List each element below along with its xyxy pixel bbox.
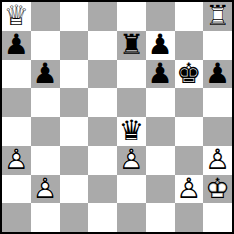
square-d6[interactable]	[88, 60, 117, 89]
black-pawn: ♟	[31, 60, 59, 88]
square-h1[interactable]	[203, 203, 232, 232]
black-rook: ♜	[117, 31, 145, 59]
square-a2[interactable]	[2, 175, 31, 204]
chess-board-grid: ♛♕♜♖♟♜♟♟♟♚♟♛♟♙♟♙♟♙♟♙♟♙♚♔	[2, 2, 232, 232]
square-e3[interactable]: ♟♙	[117, 146, 146, 175]
white-pawn: ♟♙	[204, 146, 232, 174]
square-c2[interactable]	[60, 175, 89, 204]
square-e5[interactable]	[117, 88, 146, 117]
black-pawn: ♟	[146, 60, 174, 88]
square-h4[interactable]	[203, 117, 232, 146]
square-e6[interactable]	[117, 60, 146, 89]
white-rook: ♜♖	[204, 2, 232, 30]
black-queen: ♛	[117, 117, 145, 145]
square-h6[interactable]: ♟	[203, 60, 232, 89]
square-c7[interactable]	[60, 31, 89, 60]
square-h7[interactable]	[203, 31, 232, 60]
black-king: ♚	[175, 60, 203, 88]
square-b4[interactable]	[31, 117, 60, 146]
square-a3[interactable]: ♟♙	[2, 146, 31, 175]
square-a5[interactable]	[2, 88, 31, 117]
square-g3[interactable]	[175, 146, 204, 175]
chess-board: ♛♕♜♖♟♜♟♟♟♚♟♛♟♙♟♙♟♙♟♙♟♙♚♔	[0, 0, 234, 234]
square-d3[interactable]	[88, 146, 117, 175]
square-e4[interactable]: ♛	[117, 117, 146, 146]
square-g5[interactable]	[175, 88, 204, 117]
square-f7[interactable]: ♟	[146, 31, 175, 60]
white-pawn: ♟♙	[2, 146, 30, 174]
square-e1[interactable]	[117, 203, 146, 232]
square-g2[interactable]: ♟♙	[175, 175, 204, 204]
square-b7[interactable]	[31, 31, 60, 60]
square-e2[interactable]	[117, 175, 146, 204]
square-e8[interactable]	[117, 2, 146, 31]
square-g4[interactable]	[175, 117, 204, 146]
white-queen: ♛♕	[2, 2, 30, 30]
square-b2[interactable]: ♟♙	[31, 175, 60, 204]
square-d5[interactable]	[88, 88, 117, 117]
square-g6[interactable]: ♚	[175, 60, 204, 89]
square-b8[interactable]	[31, 2, 60, 31]
square-b3[interactable]	[31, 146, 60, 175]
square-g8[interactable]	[175, 2, 204, 31]
square-a1[interactable]	[2, 203, 31, 232]
square-e7[interactable]: ♜	[117, 31, 146, 60]
black-pawn: ♟	[146, 31, 174, 59]
square-a7[interactable]: ♟	[2, 31, 31, 60]
square-a6[interactable]	[2, 60, 31, 89]
square-c5[interactable]	[60, 88, 89, 117]
square-a4[interactable]	[2, 117, 31, 146]
square-d1[interactable]	[88, 203, 117, 232]
white-king: ♚♔	[204, 175, 232, 203]
square-h2[interactable]: ♚♔	[203, 175, 232, 204]
square-d8[interactable]	[88, 2, 117, 31]
square-g1[interactable]	[175, 203, 204, 232]
square-d4[interactable]	[88, 117, 117, 146]
square-a8[interactable]: ♛♕	[2, 2, 31, 31]
white-pawn: ♟♙	[175, 175, 203, 203]
square-f5[interactable]	[146, 88, 175, 117]
square-f6[interactable]: ♟	[146, 60, 175, 89]
square-h5[interactable]	[203, 88, 232, 117]
square-f1[interactable]	[146, 203, 175, 232]
square-f2[interactable]	[146, 175, 175, 204]
square-c1[interactable]	[60, 203, 89, 232]
square-b6[interactable]: ♟	[31, 60, 60, 89]
square-h8[interactable]: ♜♖	[203, 2, 232, 31]
square-c4[interactable]	[60, 117, 89, 146]
white-pawn: ♟♙	[117, 146, 145, 174]
square-b5[interactable]	[31, 88, 60, 117]
square-b1[interactable]	[31, 203, 60, 232]
square-c3[interactable]	[60, 146, 89, 175]
square-c6[interactable]	[60, 60, 89, 89]
square-d7[interactable]	[88, 31, 117, 60]
black-pawn: ♟	[2, 31, 30, 59]
square-c8[interactable]	[60, 2, 89, 31]
square-g7[interactable]	[175, 31, 204, 60]
square-d2[interactable]	[88, 175, 117, 204]
black-pawn: ♟	[204, 60, 232, 88]
square-h3[interactable]: ♟♙	[203, 146, 232, 175]
square-f4[interactable]	[146, 117, 175, 146]
white-pawn: ♟♙	[31, 175, 59, 203]
square-f8[interactable]	[146, 2, 175, 31]
square-f3[interactable]	[146, 146, 175, 175]
